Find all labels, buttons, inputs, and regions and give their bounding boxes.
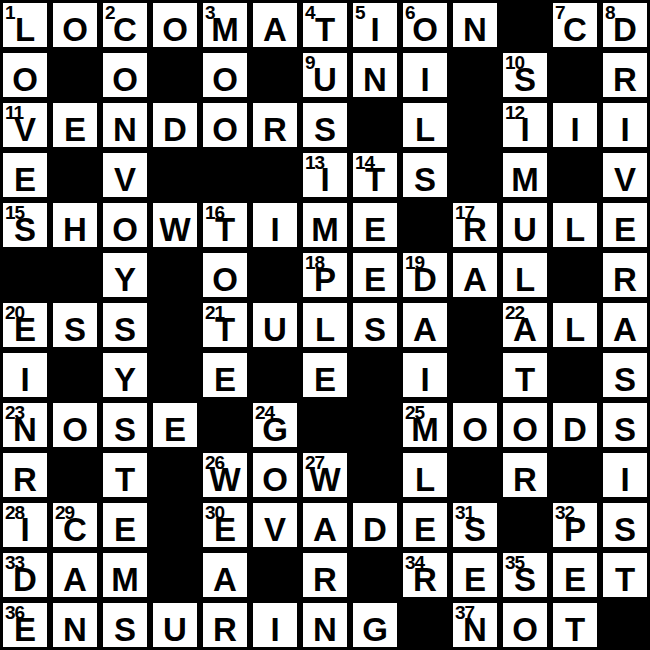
cell-r13c10[interactable]: 37N (450, 600, 500, 650)
cell-r2c11[interactable]: 10S (500, 50, 550, 100)
cell-r10c8-black (350, 450, 400, 500)
cell-r9c13[interactable]: S (600, 400, 650, 450)
cell-letter: I (503, 113, 547, 146)
cell-letter: I (603, 113, 647, 146)
cell-r10c9[interactable]: L (400, 450, 450, 500)
cell-r8c7[interactable]: E (300, 350, 350, 400)
cell-r9c12[interactable]: D (550, 400, 600, 450)
cell-r9c11[interactable]: O (500, 400, 550, 450)
cell-r10c1[interactable]: R (0, 450, 50, 500)
cell-letter: E (303, 363, 347, 396)
cell-r3c12[interactable]: I (550, 100, 600, 150)
cell-r2c4-black (150, 50, 200, 100)
cell-r8c11[interactable]: T (500, 350, 550, 400)
cell-letter: O (103, 63, 147, 96)
cell-r8c6-black (250, 350, 300, 400)
cell-r11c4-black (150, 500, 200, 550)
cell-letter: I (403, 63, 447, 96)
cell-letter: E (3, 613, 47, 646)
cell-letter: O (203, 113, 247, 146)
cell-r4c9[interactable]: S (400, 150, 450, 200)
cell-letter: O (103, 213, 147, 246)
cell-r2c8[interactable]: N (350, 50, 400, 100)
cell-r4c7[interactable]: 13I (300, 150, 350, 200)
cell-r5c9-black (400, 200, 450, 250)
cell-letter: L (553, 213, 597, 246)
cell-letter: D (603, 13, 647, 46)
cell-r3c10-black (450, 100, 500, 150)
cell-r12c7[interactable]: R (300, 550, 350, 600)
cell-r13c9-black (400, 600, 450, 650)
cell-r7c6[interactable]: U (250, 300, 300, 350)
cell-r4c6-black (250, 150, 300, 200)
cell-letter: I (3, 513, 47, 546)
cell-r4c2-black (50, 150, 100, 200)
cell-r13c12[interactable]: T (550, 600, 600, 650)
cell-letter: N (353, 63, 397, 96)
cell-letter: R (203, 613, 247, 646)
cell-letter: N (53, 613, 97, 646)
cell-letter: Y (103, 363, 147, 396)
cell-letter: T (203, 313, 247, 346)
cell-r8c3[interactable]: Y (100, 350, 150, 400)
cell-letter: I (253, 213, 297, 246)
cell-r9c10[interactable]: O (450, 400, 500, 450)
cell-letter: I (603, 463, 647, 496)
cell-letter: E (453, 563, 497, 596)
cell-r3c2[interactable]: E (50, 100, 100, 150)
cell-r11c9[interactable]: E (400, 500, 450, 550)
cell-letter: M (503, 163, 547, 196)
cell-letter: L (403, 113, 447, 146)
cell-r9c4[interactable]: E (150, 400, 200, 450)
cell-letter: T (503, 363, 547, 396)
cell-letter: N (3, 413, 47, 446)
cell-r10c13[interactable]: I (600, 450, 650, 500)
cell-r10c5[interactable]: 26W (200, 450, 250, 500)
cell-r12c4-black (150, 550, 200, 600)
cell-r8c13[interactable]: S (600, 350, 650, 400)
cell-letter: E (353, 213, 397, 246)
cell-r8c9[interactable]: I (400, 350, 450, 400)
cell-r13c8[interactable]: G (350, 600, 400, 650)
cell-letter: S (3, 213, 47, 246)
cell-r11c8[interactable]: D (350, 500, 400, 550)
cell-r7c1[interactable]: 20E (0, 300, 50, 350)
cell-r2c2-black (50, 50, 100, 100)
cell-letter: E (353, 263, 397, 296)
cell-r11c6[interactable]: V (250, 500, 300, 550)
cell-r3c8-black (350, 100, 400, 150)
cell-letter: W (303, 463, 347, 496)
cell-letter: G (353, 613, 397, 646)
cell-letter: E (603, 213, 647, 246)
cell-r9c1[interactable]: 23N (0, 400, 50, 450)
cell-r12c13[interactable]: T (600, 550, 650, 600)
cell-r1c5[interactable]: 3M (200, 0, 250, 50)
cell-r10c4-black (150, 450, 200, 500)
cell-letter: S (353, 313, 397, 346)
cell-r1c1[interactable]: 1L (0, 0, 50, 50)
cell-r3c9[interactable]: L (400, 100, 450, 150)
cell-r8c5[interactable]: E (200, 350, 250, 400)
cell-r6c7[interactable]: 18P (300, 250, 350, 300)
cell-letter: C (103, 13, 147, 46)
cell-r8c4-black (150, 350, 200, 400)
cell-r12c9[interactable]: 34R (400, 550, 450, 600)
cell-letter: P (303, 263, 347, 296)
cell-r10c2-black (50, 450, 100, 500)
cell-letter: M (103, 563, 147, 596)
cell-letter: N (303, 613, 347, 646)
cell-r9c3[interactable]: S (100, 400, 150, 450)
cell-r9c6[interactable]: 24G (250, 400, 300, 450)
cell-letter: N (453, 613, 497, 646)
cell-r6c11[interactable]: L (500, 250, 550, 300)
cell-letter: R (3, 463, 47, 496)
cell-r5c8[interactable]: E (350, 200, 400, 250)
cell-r5c1[interactable]: 15S (0, 200, 50, 250)
cell-r3c11[interactable]: 12I (500, 100, 550, 150)
cell-r1c8[interactable]: 5I (350, 0, 400, 50)
cell-r6c2-black (50, 250, 100, 300)
cell-r5c7[interactable]: M (300, 200, 350, 250)
cell-letter: A (603, 313, 647, 346)
cell-letter: O (153, 13, 197, 46)
cell-letter: V (253, 513, 297, 546)
cell-letter: T (353, 163, 397, 196)
cell-r3c6[interactable]: R (250, 100, 300, 150)
cell-r7c9[interactable]: A (400, 300, 450, 350)
cell-r7c8[interactable]: S (350, 300, 400, 350)
cell-letter: V (603, 163, 647, 196)
cell-r7c2[interactable]: S (50, 300, 100, 350)
cell-r12c10[interactable]: E (450, 550, 500, 600)
cell-letter: T (553, 613, 597, 646)
cell-r8c1[interactable]: I (0, 350, 50, 400)
cell-r1c12[interactable]: 7C (550, 0, 600, 50)
cell-letter: O (503, 613, 547, 646)
cell-r5c12[interactable]: L (550, 200, 600, 250)
cell-r3c1[interactable]: 11V (0, 100, 50, 150)
cell-r13c11[interactable]: O (500, 600, 550, 650)
cell-letter: P (553, 513, 597, 546)
cell-r1c9[interactable]: 6O (400, 0, 450, 50)
cell-r2c10-black (450, 50, 500, 100)
cell-letter: N (103, 113, 147, 146)
cell-letter: E (153, 413, 197, 446)
cell-letter: T (303, 13, 347, 46)
cell-r5c2[interactable]: H (50, 200, 100, 250)
cell-r8c8-black (350, 350, 400, 400)
cell-r10c12-black (550, 450, 600, 500)
cell-letter: I (3, 363, 47, 396)
cell-r2c13[interactable]: R (600, 50, 650, 100)
cell-letter: E (553, 563, 597, 596)
cell-r7c7[interactable]: L (300, 300, 350, 350)
cell-r5c13[interactable]: E (600, 200, 650, 250)
cell-r5c6[interactable]: I (250, 200, 300, 250)
cell-letter: W (153, 213, 197, 246)
cell-letter: M (403, 413, 447, 446)
cell-letter: A (253, 13, 297, 46)
cell-r9c7-black (300, 400, 350, 450)
cell-letter: I (303, 163, 347, 196)
cell-letter: L (403, 463, 447, 496)
cell-r1c13[interactable]: 8D (600, 0, 650, 50)
cell-r10c10-black (450, 450, 500, 500)
cell-r4c13[interactable]: V (600, 150, 650, 200)
cell-r4c5-black (200, 150, 250, 200)
cell-r3c7[interactable]: S (300, 100, 350, 150)
cell-r9c2[interactable]: O (50, 400, 100, 450)
cell-r7c10-black (450, 300, 500, 350)
cell-letter: S (503, 63, 547, 96)
cell-r1c2[interactable]: O (50, 0, 100, 50)
cell-letter: C (553, 13, 597, 46)
cell-r4c12-black (550, 150, 600, 200)
cell-letter: S (403, 163, 447, 196)
cell-r7c12[interactable]: L (550, 300, 600, 350)
cell-letter: E (3, 163, 47, 196)
cell-letter: S (603, 513, 647, 546)
cell-letter: S (603, 413, 647, 446)
cell-letter: E (3, 313, 47, 346)
cell-r2c12-black (550, 50, 600, 100)
cell-letter: U (303, 63, 347, 96)
cell-r13c5[interactable]: R (200, 600, 250, 650)
cell-letter: A (303, 513, 347, 546)
cell-letter: D (153, 113, 197, 146)
cell-letter: C (53, 513, 97, 546)
cell-r13c7[interactable]: N (300, 600, 350, 650)
cell-r8c12-black (550, 350, 600, 400)
cell-letter: O (403, 13, 447, 46)
crossword-grid: 1LO2CO3MA4T5I6ON7C8DOOO9UNI10SR11VENDORS… (0, 0, 650, 650)
cell-letter: I (553, 113, 597, 146)
cell-letter: R (503, 463, 547, 496)
cell-letter: O (203, 63, 247, 96)
cell-letter: L (303, 313, 347, 346)
cell-r11c13[interactable]: S (600, 500, 650, 550)
cell-r7c5[interactable]: 21T (200, 300, 250, 350)
cell-r4c11[interactable]: M (500, 150, 550, 200)
cell-r11c7[interactable]: A (300, 500, 350, 550)
cell-r5c11[interactable]: U (500, 200, 550, 250)
cell-r2c7[interactable]: 9U (300, 50, 350, 100)
cell-r4c8[interactable]: 14T (350, 150, 400, 200)
cell-letter: M (203, 13, 247, 46)
cell-r3c13[interactable]: I (600, 100, 650, 150)
cell-r1c6[interactable]: A (250, 0, 300, 50)
cell-r8c2-black (50, 350, 100, 400)
cell-letter: A (503, 313, 547, 346)
cell-letter: S (453, 513, 497, 546)
cell-r1c4[interactable]: O (150, 0, 200, 50)
cell-letter: G (253, 413, 297, 446)
cell-r4c1[interactable]: E (0, 150, 50, 200)
cell-letter: A (203, 563, 247, 596)
cell-r3c5[interactable]: O (200, 100, 250, 150)
cell-r3c3[interactable]: N (100, 100, 150, 150)
cell-r2c6-black (250, 50, 300, 100)
cell-r7c13[interactable]: A (600, 300, 650, 350)
cell-r1c11-black (500, 0, 550, 50)
cell-r12c3[interactable]: M (100, 550, 150, 600)
cell-letter: U (153, 613, 197, 646)
cell-r6c4-black (150, 250, 200, 300)
cell-r4c4-black (150, 150, 200, 200)
cell-letter: I (403, 363, 447, 396)
cell-r10c6[interactable]: O (250, 450, 300, 500)
cell-r9c8-black (350, 400, 400, 450)
cell-letter: U (253, 313, 297, 346)
cell-r13c13-black (600, 600, 650, 650)
cell-letter: S (53, 313, 97, 346)
cell-r11c1[interactable]: 28I (0, 500, 50, 550)
cell-r5c4[interactable]: W (150, 200, 200, 250)
cell-r2c1[interactable]: O (0, 50, 50, 100)
cell-r10c7[interactable]: 27W (300, 450, 350, 500)
cell-letter: L (553, 313, 597, 346)
cell-letter: E (203, 513, 247, 546)
cell-r3c4[interactable]: D (150, 100, 200, 150)
cell-letter: L (3, 13, 47, 46)
cell-letter: S (603, 363, 647, 396)
cell-letter: S (103, 313, 147, 346)
cell-letter: U (503, 213, 547, 246)
cell-letter: V (3, 113, 47, 146)
cell-r11c11-black (500, 500, 550, 550)
cell-letter: A (403, 313, 447, 346)
cell-letter: O (3, 63, 47, 96)
cell-letter: O (53, 413, 97, 446)
cell-r13c1[interactable]: 36E (0, 600, 50, 650)
cell-r13c2[interactable]: N (50, 600, 100, 650)
cell-r6c10[interactable]: A (450, 250, 500, 300)
cell-r2c5[interactable]: O (200, 50, 250, 100)
cell-letter: H (53, 213, 97, 246)
cell-letter: O (53, 13, 97, 46)
cell-letter: L (503, 263, 547, 296)
cell-r1c3[interactable]: 2C (100, 0, 150, 50)
cell-letter: A (53, 563, 97, 596)
cell-r6c5[interactable]: O (200, 250, 250, 300)
cell-r9c9[interactable]: 25M (400, 400, 450, 450)
cell-r13c6[interactable]: I (250, 600, 300, 650)
cell-letter: O (253, 463, 297, 496)
cell-r11c12[interactable]: 32P (550, 500, 600, 550)
cell-letter: I (253, 613, 297, 646)
cell-letter: S (103, 613, 147, 646)
cell-letter: D (353, 513, 397, 546)
cell-r12c5[interactable]: A (200, 550, 250, 600)
cell-letter: W (203, 463, 247, 496)
cell-letter: S (103, 413, 147, 446)
cell-r12c6-black (250, 550, 300, 600)
cell-r1c7[interactable]: 4T (300, 0, 350, 50)
cell-letter: E (53, 113, 97, 146)
cell-r12c12[interactable]: E (550, 550, 600, 600)
cell-r5c10[interactable]: 17R (450, 200, 500, 250)
cell-r8c10-black (450, 350, 500, 400)
cell-r12c1[interactable]: 33D (0, 550, 50, 600)
cell-r6c12-black (550, 250, 600, 300)
cell-r11c3[interactable]: E (100, 500, 150, 550)
cell-letter: O (203, 263, 247, 296)
cell-letter: E (203, 363, 247, 396)
cell-letter: O (453, 413, 497, 446)
cell-r5c3[interactable]: O (100, 200, 150, 250)
cell-letter: I (353, 13, 397, 46)
cell-r6c1-black (0, 250, 50, 300)
cell-letter: S (303, 113, 347, 146)
cell-r7c11[interactable]: 22A (500, 300, 550, 350)
cell-letter: E (403, 513, 447, 546)
cell-letter: N (453, 13, 497, 46)
cell-letter: R (453, 213, 497, 246)
cell-letter: E (103, 513, 147, 546)
cell-letter: R (603, 263, 647, 296)
cell-r10c11[interactable]: R (500, 450, 550, 500)
cell-r7c4-black (150, 300, 200, 350)
cell-letter: V (103, 163, 147, 196)
cell-r6c8[interactable]: E (350, 250, 400, 300)
cell-letter: R (253, 113, 297, 146)
cell-letter: D (3, 563, 47, 596)
cell-r6c3[interactable]: Y (100, 250, 150, 300)
cell-letter: D (553, 413, 597, 446)
cell-letter: T (103, 463, 147, 496)
cell-letter: M (303, 213, 347, 246)
cell-letter: S (503, 563, 547, 596)
cell-r5c5[interactable]: 16T (200, 200, 250, 250)
cell-r11c2[interactable]: 29C (50, 500, 100, 550)
cell-r12c11[interactable]: 35S (500, 550, 550, 600)
cell-r2c3[interactable]: O (100, 50, 150, 100)
cell-r13c3[interactable]: S (100, 600, 150, 650)
cell-r12c2[interactable]: A (50, 550, 100, 600)
cell-r9c5-black (200, 400, 250, 450)
cell-letter: O (503, 413, 547, 446)
cell-r13c4[interactable]: U (150, 600, 200, 650)
cell-r10c3[interactable]: T (100, 450, 150, 500)
cell-r4c10-black (450, 150, 500, 200)
cell-r2c9[interactable]: I (400, 50, 450, 100)
cell-letter: Y (103, 263, 147, 296)
cell-letter: T (603, 563, 647, 596)
cell-r6c9[interactable]: 19D (400, 250, 450, 300)
cell-r11c10[interactable]: 31S (450, 500, 500, 550)
cell-r11c5[interactable]: 30E (200, 500, 250, 550)
cell-letter: A (453, 263, 497, 296)
cell-letter: R (603, 63, 647, 96)
cell-r6c13[interactable]: R (600, 250, 650, 300)
cell-r6c6-black (250, 250, 300, 300)
cell-letter: R (403, 563, 447, 596)
cell-letter: T (203, 213, 247, 246)
cell-letter: D (403, 263, 447, 296)
cell-letter: R (303, 563, 347, 596)
cell-r12c8-black (350, 550, 400, 600)
cell-r4c3[interactable]: V (100, 150, 150, 200)
cell-r1c10[interactable]: N (450, 0, 500, 50)
cell-r7c3[interactable]: S (100, 300, 150, 350)
